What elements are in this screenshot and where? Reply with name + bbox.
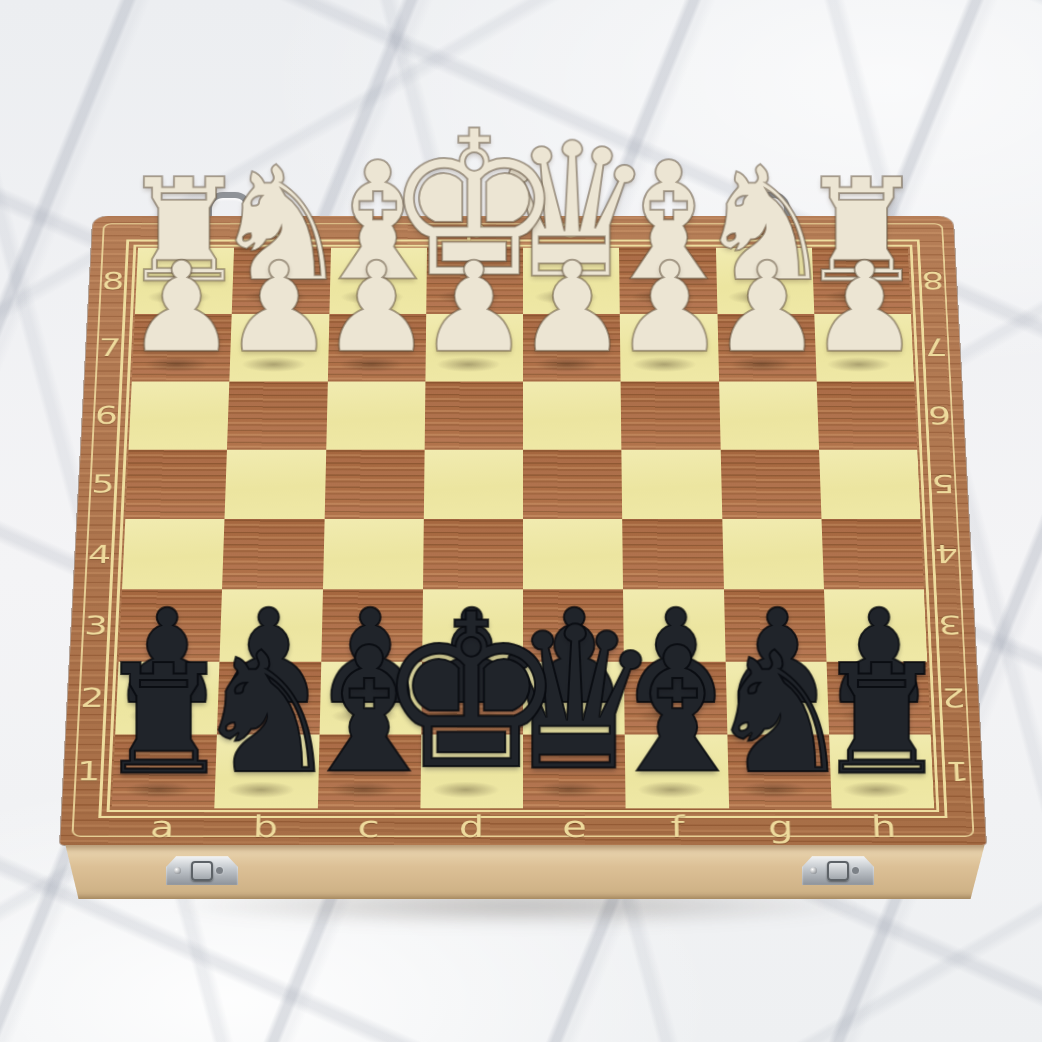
square-c2 xyxy=(319,661,422,734)
square-h7 xyxy=(814,314,914,381)
square-f4 xyxy=(622,519,723,590)
file-label-h: h xyxy=(831,809,936,845)
square-h1 xyxy=(829,734,934,808)
square-a5 xyxy=(125,449,227,518)
file-label-top-h: h xyxy=(811,216,908,248)
square-g3 xyxy=(724,590,827,662)
square-f5 xyxy=(622,449,722,518)
square-f1 xyxy=(625,734,729,808)
square-b7 xyxy=(230,314,329,381)
clasp-left-icon xyxy=(166,855,238,885)
square-c1 xyxy=(317,734,421,808)
board-scene: abcdefgh abcdefgh 87654321 87654321 ♜♞♝♚… xyxy=(60,0,986,845)
square-c3 xyxy=(321,590,423,662)
square-c5 xyxy=(324,449,424,518)
rank-label-right-8: 8 xyxy=(908,248,958,314)
square-a1 xyxy=(112,734,217,808)
square-e8 xyxy=(523,248,620,314)
square-d6 xyxy=(424,381,523,449)
file-label-c: c xyxy=(317,809,421,845)
square-f7 xyxy=(620,314,719,381)
rank-label-5: 5 xyxy=(77,449,128,518)
rank-label-right-4: 4 xyxy=(921,519,973,590)
file-label-f: f xyxy=(626,809,730,845)
square-h2 xyxy=(826,661,931,734)
square-e5 xyxy=(523,449,622,518)
square-e1 xyxy=(523,734,626,808)
square-c8 xyxy=(329,248,427,314)
square-g8 xyxy=(715,248,814,314)
file-label-e: e xyxy=(523,809,626,845)
square-a7 xyxy=(132,314,232,381)
square-a6 xyxy=(129,381,230,449)
square-b6 xyxy=(227,381,327,449)
square-h3 xyxy=(824,590,928,662)
chess-board: abcdefgh abcdefgh 87654321 87654321 ♜♞♝♚… xyxy=(60,216,986,845)
square-d1 xyxy=(420,734,523,808)
square-g2 xyxy=(725,661,829,734)
file-label-top-c: c xyxy=(331,216,428,248)
file-labels-bottom: abcdefgh xyxy=(110,809,936,845)
rank-label-right-3: 3 xyxy=(924,590,976,662)
file-labels-top: abcdefgh xyxy=(138,216,908,248)
square-g5 xyxy=(720,449,821,518)
square-f3 xyxy=(623,590,725,662)
square-g1 xyxy=(727,734,832,808)
square-a8 xyxy=(135,248,234,314)
rank-label-6: 6 xyxy=(81,381,132,449)
square-e4 xyxy=(523,519,623,590)
file-label-top-e: e xyxy=(523,216,619,248)
square-d3 xyxy=(422,590,523,662)
square-f2 xyxy=(624,661,727,734)
file-label-b: b xyxy=(213,809,317,845)
square-b1 xyxy=(215,734,320,808)
square-h5 xyxy=(819,449,921,518)
square-c6 xyxy=(326,381,425,449)
marble-table-surface: abcdefgh abcdefgh 87654321 87654321 ♜♞♝♚… xyxy=(0,0,1042,1042)
square-b2 xyxy=(217,661,321,734)
square-e7 xyxy=(523,314,621,381)
file-label-d: d xyxy=(420,809,523,845)
square-h4 xyxy=(821,519,924,590)
square-d4 xyxy=(423,519,523,590)
square-g4 xyxy=(722,519,824,590)
square-a2 xyxy=(115,661,220,734)
square-c4 xyxy=(322,519,423,590)
square-e6 xyxy=(523,381,622,449)
square-b3 xyxy=(220,590,323,662)
square-d8 xyxy=(426,248,523,314)
file-label-top-f: f xyxy=(619,216,716,248)
clasp-right-icon xyxy=(802,855,874,885)
square-d7 xyxy=(425,314,523,381)
square-f8 xyxy=(619,248,717,314)
rank-label-right-7: 7 xyxy=(911,314,962,381)
square-a4 xyxy=(122,519,225,590)
square-h6 xyxy=(816,381,917,449)
rank-label-right-2: 2 xyxy=(927,661,980,734)
square-d2 xyxy=(421,661,523,734)
file-label-top-b: b xyxy=(234,216,331,248)
file-label-a: a xyxy=(110,809,215,845)
square-c7 xyxy=(327,314,426,381)
board-grid xyxy=(112,248,935,809)
rank-label-right-6: 6 xyxy=(914,381,965,449)
file-label-top-d: d xyxy=(427,216,523,248)
square-d5 xyxy=(424,449,523,518)
rank-label-right-1: 1 xyxy=(931,734,984,808)
square-g7 xyxy=(717,314,816,381)
square-e2 xyxy=(523,661,625,734)
file-label-top-g: g xyxy=(715,216,812,248)
square-h8 xyxy=(812,248,911,314)
square-b8 xyxy=(232,248,331,314)
square-b5 xyxy=(225,449,326,518)
file-label-g: g xyxy=(729,809,833,845)
square-a3 xyxy=(119,590,223,662)
square-e3 xyxy=(523,590,624,662)
square-f6 xyxy=(621,381,720,449)
square-g6 xyxy=(719,381,819,449)
file-label-top-a: a xyxy=(138,216,235,248)
rank-label-right-5: 5 xyxy=(917,449,968,518)
rank-label-4: 4 xyxy=(73,519,125,590)
square-b4 xyxy=(222,519,324,590)
